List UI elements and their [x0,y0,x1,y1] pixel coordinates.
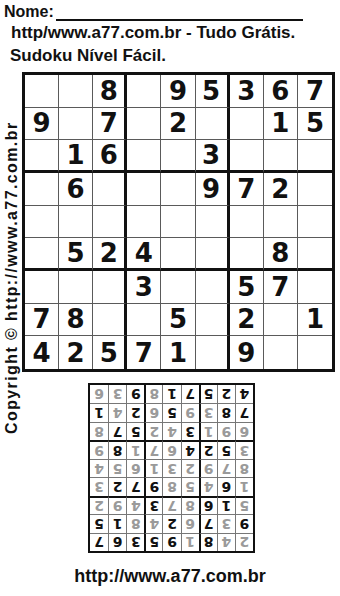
answer-cell-r8c5: 5 [162,403,180,421]
answer-cell-r2c6: 4 [144,514,162,532]
answer-cell-r2c9: 5 [90,514,108,532]
puzzle-cell-r6c8: 8 [264,238,298,271]
puzzle-cell-r4c5[interactable] [161,173,195,206]
puzzle-cell-r2c5: 2 [161,108,195,141]
answer-cell-r4c4: 5 [181,477,199,495]
puzzle-cell-r2c8: 1 [264,108,298,141]
answer-cell-r5c3: 9 [199,459,217,477]
answer-cell-r3c8: 9 [108,496,126,514]
answer-cell-r6c5: 6 [162,440,180,458]
puzzle-cell-r2c3: 7 [93,108,127,141]
answer-cell-r2c4: 6 [181,514,199,532]
puzzle-cell-r9c4: 7 [127,336,161,369]
answer-cell-r7c2: 9 [217,422,235,440]
difficulty-title: Sudoku Nível Fácil. [10,46,166,66]
answer-cell-r9c9: 6 [90,385,108,403]
puzzle-cell-r7c8: 7 [264,271,298,304]
answer-cell-r5c5: 3 [162,459,180,477]
puzzle-cell-r8c5: 5 [161,304,195,337]
answer-cell-r6c9: 9 [90,440,108,458]
answer-cell-r3c2: 1 [217,496,235,514]
answer-cell-r6c6: 7 [144,440,162,458]
puzzle-cell-r5c1[interactable] [25,206,59,239]
puzzle-cell-r3c2: 1 [59,140,93,173]
puzzle-cell-r1c4[interactable] [127,75,161,108]
answer-cell-r4c5: 8 [162,477,180,495]
answer-cell-r1c6: 5 [144,533,162,551]
answer-cell-r7c3: 1 [199,422,217,440]
puzzle-cell-r4c4[interactable] [127,173,161,206]
answer-cell-r6c4: 4 [181,440,199,458]
puzzle-cell-r5c6[interactable] [196,206,230,239]
puzzle-cell-r1c9: 7 [298,75,332,108]
answer-cell-r6c3: 2 [199,440,217,458]
answer-cell-r1c7: 3 [126,533,144,551]
answer-cell-r4c1: 1 [235,477,253,495]
puzzle-cell-r5c3[interactable] [93,206,127,239]
answer-cell-r2c7: 8 [126,514,144,532]
answer-cell-r8c1: 7 [235,403,253,421]
puzzle-cell-r6c6[interactable] [196,238,230,271]
answer-cell-r4c2: 6 [217,477,235,495]
answer-cell-r3c1: 5 [235,496,253,514]
answer-cell-r4c9: 3 [90,477,108,495]
puzzle-cell-r5c7[interactable] [230,206,264,239]
answer-cell-r2c5: 2 [162,514,180,532]
puzzle-cell-r3c6: 3 [196,140,230,173]
puzzle-cell-r3c7[interactable] [230,140,264,173]
puzzle-cell-r6c2: 5 [59,238,93,271]
puzzle-cell-r7c7: 5 [230,271,264,304]
puzzle-cell-r5c9[interactable] [298,206,332,239]
name-underline[interactable] [56,6,303,21]
answer-cell-r8c8: 4 [108,403,126,421]
puzzle-cell-r3c8[interactable] [264,140,298,173]
puzzle-cell-r7c5[interactable] [161,271,195,304]
answer-cell-r9c5: 1 [162,385,180,403]
puzzle-cell-r4c2: 6 [59,173,93,206]
answer-cell-r5c8: 5 [108,459,126,477]
answer-cell-r7c5: 4 [162,422,180,440]
puzzle-cell-r8c2: 8 [59,304,93,337]
puzzle-cell-r9c7: 9 [230,336,264,369]
answer-cell-r8c4: 9 [181,403,199,421]
puzzle-cell-r4c9[interactable] [298,173,332,206]
answer-cell-r3c4: 8 [181,496,199,514]
answer-cell-r4c3: 4 [199,477,217,495]
puzzle-cell-r2c1: 9 [25,108,59,141]
answer-cell-r2c8: 1 [108,514,126,532]
puzzle-cell-r4c7: 7 [230,173,264,206]
copyright-sidebar-text: Copyright © http://www.a77.com.br [3,121,21,434]
puzzle-cell-r5c4[interactable] [127,206,161,239]
answer-cell-r2c2: 3 [217,514,235,532]
answer-cell-r9c1: 4 [235,385,253,403]
puzzle-cell-r2c7[interactable] [230,108,264,141]
puzzle-cell-r1c8: 6 [264,75,298,108]
answer-cell-r9c2: 2 [217,385,235,403]
puzzle-cell-r2c6[interactable] [196,108,230,141]
answer-cell-r6c2: 5 [217,440,235,458]
answer-cell-r3c5: 7 [162,496,180,514]
answer-cell-r9c6: 8 [144,385,162,403]
answer-cell-r3c9: 2 [90,496,108,514]
answer-cell-r1c5: 9 [162,533,180,551]
puzzle-cell-r7c9[interactable] [298,271,332,304]
puzzle-cell-r1c7: 3 [230,75,264,108]
answer-cell-r7c6: 2 [144,422,162,440]
answer-cell-r5c1: 8 [235,459,253,477]
answer-cell-r9c7: 9 [126,385,144,403]
answer-cell-r7c1: 6 [235,422,253,440]
puzzle-cell-r1c5: 9 [161,75,195,108]
puzzle-cell-r3c5[interactable] [161,140,195,173]
puzzle-cell-r9c5: 1 [161,336,195,369]
puzzle-cell-r6c1[interactable] [25,238,59,271]
puzzle-cell-r5c2[interactable] [59,206,93,239]
puzzle-cell-r2c9: 5 [298,108,332,141]
puzzle-cell-r8c7: 2 [230,304,264,337]
answer-cell-r1c9: 7 [90,533,108,551]
answer-key-grid: 2481953679376248155168734921645897238792… [88,383,255,553]
puzzle-cell-r2c4[interactable] [127,108,161,141]
answer-cell-r9c8: 3 [108,385,126,403]
puzzle-cell-r7c6[interactable] [196,271,230,304]
answer-cell-r4c8: 2 [108,477,126,495]
puzzle-cell-r8c1: 7 [25,304,59,337]
puzzle-cell-r4c1[interactable] [25,173,59,206]
answer-cell-r6c1: 3 [235,440,253,458]
answer-cell-r1c8: 6 [108,533,126,551]
puzzle-cell-r3c1[interactable] [25,140,59,173]
answer-cell-r4c6: 9 [144,477,162,495]
answer-cell-r5c2: 7 [217,459,235,477]
puzzle-cell-r7c2[interactable] [59,271,93,304]
puzzle-cell-r3c4[interactable] [127,140,161,173]
puzzle-cell-r8c3[interactable] [93,304,127,337]
puzzle-cell-r9c3: 5 [93,336,127,369]
answer-cell-r8c9: 1 [90,403,108,421]
answer-cell-r7c7: 5 [126,422,144,440]
puzzle-cell-r8c9: 1 [298,304,332,337]
answer-cell-r1c3: 8 [199,533,217,551]
site-tagline: http/www.a77.com.br - Tudo Grátis. [11,23,295,43]
puzzle-cell-r7c4: 3 [127,271,161,304]
name-row: Nome: [4,3,303,21]
answer-cell-r7c9: 8 [90,422,108,440]
answer-cell-r1c4: 1 [181,533,199,551]
answer-cell-r3c3: 6 [199,496,217,514]
puzzle-cell-r7c1[interactable] [25,271,59,304]
puzzle-cell-r4c6: 9 [196,173,230,206]
puzzle-cell-r5c5[interactable] [161,206,195,239]
answer-cell-r6c8: 8 [108,440,126,458]
puzzle-cell-r5c8[interactable] [264,206,298,239]
puzzle-cell-r1c3: 8 [93,75,127,108]
answer-cell-r8c3: 3 [199,403,217,421]
answer-cell-r5c4: 2 [181,459,199,477]
answer-cell-r8c7: 2 [126,403,144,421]
footer-url: http://www.a77.com.br [0,566,340,587]
answer-cell-r2c3: 7 [199,514,217,532]
puzzle-cell-r2c2[interactable] [59,108,93,141]
name-label: Nome: [4,3,54,21]
answer-cell-r9c4: 7 [181,385,199,403]
answer-cell-r9c3: 5 [199,385,217,403]
answer-cell-r5c6: 1 [144,459,162,477]
puzzle-cell-r9c2: 2 [59,336,93,369]
answer-cell-r3c7: 4 [126,496,144,514]
answer-cell-r1c1: 2 [235,533,253,551]
answer-cell-r1c2: 4 [217,533,235,551]
puzzle-cell-r6c3: 2 [93,238,127,271]
puzzle-cell-r1c2[interactable] [59,75,93,108]
puzzle-grid: 895367972151636972524835778521425719 [22,72,335,372]
puzzle-cell-r9c9[interactable] [298,336,332,369]
puzzle-cell-r4c8: 2 [264,173,298,206]
puzzle-cell-r9c1: 4 [25,336,59,369]
answer-cell-r3c6: 3 [144,496,162,514]
answer-cell-r4c7: 7 [126,477,144,495]
answer-cell-r2c1: 9 [235,514,253,532]
puzzle-cell-r8c4[interactable] [127,304,161,337]
answer-cell-r8c2: 8 [217,403,235,421]
puzzle-cell-r6c7[interactable] [230,238,264,271]
puzzle-cell-r6c5[interactable] [161,238,195,271]
puzzle-cell-r8c8[interactable] [264,304,298,337]
puzzle-cell-r6c9[interactable] [298,238,332,271]
puzzle-cell-r3c3: 6 [93,140,127,173]
puzzle-cell-r6c4: 4 [127,238,161,271]
puzzle-cell-r8c6[interactable] [196,304,230,337]
answer-cell-r7c8: 7 [108,422,126,440]
puzzle-cell-r1c1[interactable] [25,75,59,108]
puzzle-cell-r9c6[interactable] [196,336,230,369]
answer-cell-r5c9: 4 [90,459,108,477]
answer-cell-r8c6: 6 [144,403,162,421]
answer-cell-r7c4: 3 [181,422,199,440]
puzzle-cell-r3c9[interactable] [298,140,332,173]
puzzle-cell-r4c3[interactable] [93,173,127,206]
puzzle-cell-r9c8[interactable] [264,336,298,369]
answer-cell-r6c7: 1 [126,440,144,458]
puzzle-cell-r1c6: 5 [196,75,230,108]
puzzle-cell-r7c3[interactable] [93,271,127,304]
answer-cell-r5c7: 6 [126,459,144,477]
